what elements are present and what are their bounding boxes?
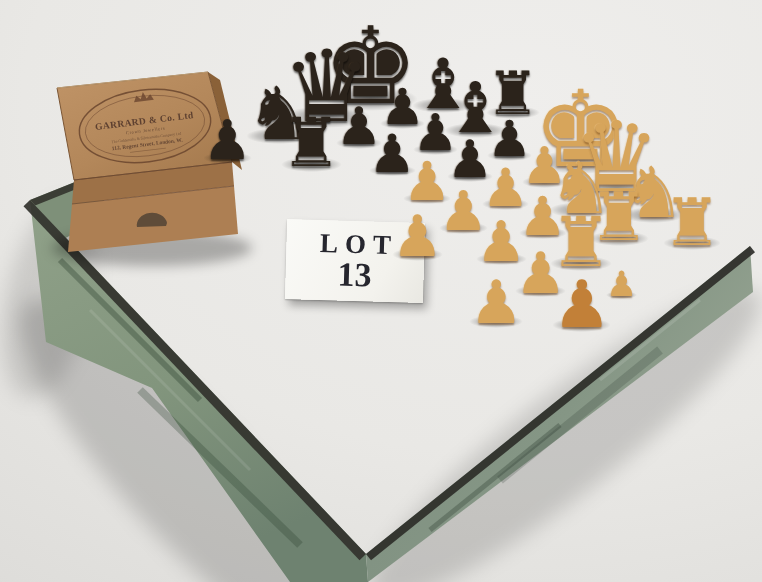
chess-piece-white-rook: ♜ <box>547 208 616 277</box>
square-h8 <box>661 220 723 266</box>
chess-piece-black-pawn: ♟ <box>333 101 385 153</box>
chess-piece-white-pawn: ♟ <box>400 155 454 209</box>
square-d5 <box>392 176 461 221</box>
piece-shadow <box>444 123 507 138</box>
piece-shadow <box>522 176 568 187</box>
square-b2 <box>164 187 244 237</box>
square-c8 <box>483 94 542 130</box>
square-a7 <box>381 64 442 98</box>
square-g1 <box>289 394 380 468</box>
square-h5 <box>545 297 617 353</box>
chess-piece-black-bishop: ♝ <box>441 73 511 143</box>
piece-shadow <box>663 236 722 250</box>
garrard-box-side <box>208 72 242 170</box>
square-f5 <box>466 234 537 284</box>
thumb-cutout <box>137 213 167 227</box>
square-a1 <box>68 181 151 232</box>
chess-piece-white-rook: ♜ <box>660 190 725 255</box>
square-h7 <box>625 244 690 293</box>
piece-shadow <box>369 165 417 177</box>
box-side-nw <box>30 172 106 252</box>
piece-shadow <box>573 177 661 198</box>
square-b6 <box>370 104 434 142</box>
square-g2 <box>351 357 436 425</box>
chess-piece-black-pawn: ♟ <box>485 115 535 165</box>
piece-shadow <box>439 222 488 234</box>
chess-piece-black-knight: ♞ <box>242 77 315 150</box>
piece-shadow <box>487 150 532 161</box>
chess-piece-white-queen: ♛ <box>568 109 665 206</box>
chess-piece-black-pawn: ♟ <box>200 113 255 168</box>
square-g5 <box>505 265 577 318</box>
chess-piece-white-pawn: ♟ <box>549 272 615 338</box>
chess-piece-black-rook: ♜ <box>278 109 346 177</box>
square-c6 <box>403 129 468 169</box>
square-g3 <box>407 323 487 385</box>
chess-piece-black-bishop: ♝ <box>409 50 478 119</box>
square-h2 <box>394 396 480 468</box>
square-g6 <box>547 239 615 289</box>
chess-piece-black-pawn: ♟ <box>444 134 496 186</box>
square-a8 <box>421 50 479 82</box>
piece-shadow <box>533 150 629 173</box>
piece-shadow <box>413 144 459 155</box>
piece-shadow <box>281 157 342 172</box>
piece-shadow <box>323 87 419 110</box>
square-a6 <box>339 80 403 116</box>
square-f6 <box>509 210 576 257</box>
garrard-address: 112, Regent Street, London, W. <box>111 136 183 151</box>
lot-number: 13 <box>337 255 372 294</box>
square-h4 <box>500 327 576 388</box>
square-b3 <box>222 164 297 210</box>
square-e5 <box>428 204 498 252</box>
chess-piece-black-pawn: ♟ <box>366 128 419 181</box>
crown-icon <box>133 91 154 102</box>
piece-shadow <box>589 231 649 246</box>
chess-piece-white-knight: ♞ <box>545 152 617 224</box>
garrard-box-base <box>68 186 238 252</box>
chess-piece-black-rook: ♜ <box>483 64 542 123</box>
square-e6 <box>472 182 538 227</box>
square-h1 <box>333 436 425 515</box>
chess-piece-white-king: ♚ <box>528 76 634 182</box>
chess-piece-white-pawn: ♟ <box>466 273 526 333</box>
square-c7 <box>444 111 506 149</box>
piece-shadow <box>412 98 474 113</box>
chess-piece-black-pawn: ♟ <box>410 108 461 159</box>
chess-piece-white-rook: ♜ <box>586 184 653 251</box>
square-g7 <box>586 215 651 261</box>
square-f4 <box>418 260 493 314</box>
chess-piece-white-pawn: ♟ <box>473 214 529 270</box>
square-h3 <box>449 360 530 426</box>
square-a5 <box>293 97 360 136</box>
square-b1 <box>101 212 185 266</box>
chess-piece-white-pawn: ♟ <box>519 141 570 192</box>
garrard-label: GARRARD & Co. Ltd Crown Jewellers The Go… <box>75 82 215 170</box>
square-d8 <box>516 118 576 155</box>
garrard-box-lid-top <box>57 72 232 180</box>
piece-shadow <box>519 227 567 239</box>
piece-shadow <box>476 253 527 265</box>
piece-shadow <box>486 106 540 119</box>
chess-piece-white-pawn: ♟ <box>479 162 532 215</box>
piece-shadow <box>552 318 611 332</box>
square-f1 <box>248 354 338 423</box>
square-c5 <box>358 149 426 192</box>
piece-shadow <box>549 202 614 218</box>
piece-shadow <box>482 198 530 210</box>
square-b5 <box>325 123 393 164</box>
chess-piece-black-king: ♚ <box>318 13 424 119</box>
square-b8 <box>451 72 510 106</box>
chess-piece-black-pawn: ♟ <box>378 83 428 133</box>
lot-card: LOT 13 <box>285 219 425 303</box>
photo-scene: GARRARD & Co. Ltd Crown Jewellers The Go… <box>0 0 762 582</box>
square-a4 <box>244 116 314 157</box>
square-a2 <box>132 157 210 204</box>
piece-shadow <box>282 106 371 128</box>
piece-shadow <box>403 193 451 205</box>
square-f2 <box>310 320 394 383</box>
square-h6 <box>587 269 656 321</box>
square-e1 <box>208 316 296 381</box>
square-g8 <box>623 193 684 236</box>
piece-shadow <box>606 291 637 299</box>
piece-shadow <box>622 207 686 223</box>
garrard-subtitle: Crown Jewellers <box>126 126 166 136</box>
square-c1 <box>135 245 221 302</box>
garrard-company-line: The Goldsmiths & Silversmiths Company Lt… <box>111 132 181 145</box>
square-f7 <box>549 188 613 232</box>
square-d1 <box>171 280 258 341</box>
garrard-box-lid-edge <box>72 162 234 204</box>
square-b7 <box>412 87 473 123</box>
piece-shadow <box>203 152 252 164</box>
chess-piece-white-pawn: ♟ <box>512 245 569 302</box>
chess-piece-white-pawn: ♟ <box>436 184 491 239</box>
garrard-brand: GARRARD & Co. Ltd <box>95 110 195 132</box>
square-c2 <box>198 218 279 271</box>
chess-piece-black-queen: ♛ <box>277 37 376 136</box>
square-g4 <box>458 293 534 350</box>
square-e7 <box>513 161 576 203</box>
square-b4 <box>276 142 347 185</box>
piece-shadow <box>336 137 383 148</box>
square-f8 <box>586 167 647 208</box>
square-c4 <box>309 170 381 216</box>
square-d6 <box>437 155 503 197</box>
piece-shadow <box>469 315 523 328</box>
chess-piece-white-pawn: ♟ <box>604 267 639 302</box>
chess-piece-white-knight: ♞ <box>618 158 689 229</box>
piece-shadow <box>515 285 567 298</box>
piece-shadow <box>380 118 425 129</box>
square-a3 <box>190 136 264 180</box>
piece-shadow <box>447 171 494 182</box>
chess-piece-white-pawn: ♟ <box>516 190 570 244</box>
piece-shadow <box>550 256 612 271</box>
square-d7 <box>478 136 541 176</box>
piece-shadow <box>246 128 312 144</box>
square-e8 <box>550 142 610 181</box>
box-side-se <box>366 246 753 582</box>
